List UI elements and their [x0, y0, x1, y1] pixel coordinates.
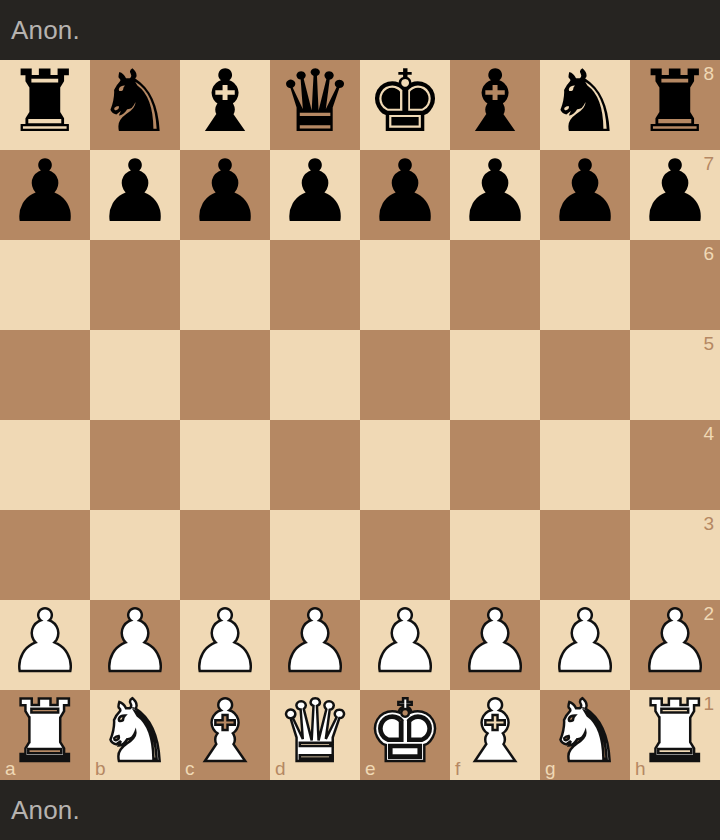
chess-board: ♜♞♝♛♚♝♞♜8♟♟♟♟♟♟♟♟76543♟♟♟♟♟♟♟♟2♜a♞b♝c♛d♚…: [0, 60, 720, 780]
file-label-e: e: [365, 759, 376, 778]
square-h2[interactable]: ♟2: [630, 600, 720, 690]
square-a2[interactable]: ♟: [0, 600, 90, 690]
square-a4[interactable]: [0, 420, 90, 510]
file-label-f: f: [455, 759, 460, 778]
white-pawn-piece[interactable]: ♟: [6, 600, 83, 686]
square-h1[interactable]: ♜1h: [630, 690, 720, 780]
square-b6[interactable]: [90, 240, 180, 330]
black-pawn-piece[interactable]: ♟: [456, 150, 533, 236]
top-player-name: Anon.: [11, 15, 80, 46]
rank-label-4: 4: [703, 424, 714, 443]
bottom-player-bar: Anon.: [0, 780, 720, 840]
white-rook-piece[interactable]: ♜: [6, 690, 83, 776]
square-a3[interactable]: [0, 510, 90, 600]
square-b5[interactable]: [90, 330, 180, 420]
square-b3[interactable]: [90, 510, 180, 600]
square-c3[interactable]: [180, 510, 270, 600]
black-bishop-piece[interactable]: ♝: [186, 60, 263, 146]
file-label-c: c: [185, 759, 195, 778]
square-g2[interactable]: ♟: [540, 600, 630, 690]
black-pawn-piece[interactable]: ♟: [96, 150, 173, 236]
white-pawn-piece[interactable]: ♟: [276, 600, 353, 686]
square-c7[interactable]: ♟: [180, 150, 270, 240]
square-d1[interactable]: ♛d: [270, 690, 360, 780]
square-d8[interactable]: ♛: [270, 60, 360, 150]
white-pawn-piece[interactable]: ♟: [546, 600, 623, 686]
square-d6[interactable]: [270, 240, 360, 330]
rank-label-8: 8: [703, 64, 714, 83]
square-f8[interactable]: ♝: [450, 60, 540, 150]
white-knight-piece[interactable]: ♞: [96, 690, 173, 776]
white-bishop-piece[interactable]: ♝: [456, 690, 533, 776]
square-c4[interactable]: [180, 420, 270, 510]
square-h8[interactable]: ♜8: [630, 60, 720, 150]
black-pawn-piece[interactable]: ♟: [546, 150, 623, 236]
square-f6[interactable]: [450, 240, 540, 330]
square-f1[interactable]: ♝f: [450, 690, 540, 780]
white-rook-piece[interactable]: ♜: [636, 690, 713, 776]
square-d5[interactable]: [270, 330, 360, 420]
square-h4[interactable]: 4: [630, 420, 720, 510]
white-queen-piece[interactable]: ♛: [276, 690, 353, 776]
file-label-b: b: [95, 759, 106, 778]
file-label-d: d: [275, 759, 286, 778]
white-pawn-piece[interactable]: ♟: [186, 600, 263, 686]
square-f2[interactable]: ♟: [450, 600, 540, 690]
black-rook-piece[interactable]: ♜: [6, 60, 83, 146]
file-label-h: h: [635, 759, 646, 778]
black-pawn-piece[interactable]: ♟: [6, 150, 83, 236]
square-e6[interactable]: [360, 240, 450, 330]
square-a7[interactable]: ♟: [0, 150, 90, 240]
black-rook-piece[interactable]: ♜: [636, 60, 713, 146]
square-c5[interactable]: [180, 330, 270, 420]
rank-label-1: 1: [703, 694, 714, 713]
square-c2[interactable]: ♟: [180, 600, 270, 690]
black-pawn-piece[interactable]: ♟: [636, 150, 713, 236]
bottom-player-name: Anon.: [11, 795, 80, 826]
square-e8[interactable]: ♚: [360, 60, 450, 150]
square-a6[interactable]: [0, 240, 90, 330]
black-pawn-piece[interactable]: ♟: [276, 150, 353, 236]
white-pawn-piece[interactable]: ♟: [96, 600, 173, 686]
square-g5[interactable]: [540, 330, 630, 420]
square-g1[interactable]: ♞g: [540, 690, 630, 780]
square-b7[interactable]: ♟: [90, 150, 180, 240]
square-d7[interactable]: ♟: [270, 150, 360, 240]
black-queen-piece[interactable]: ♛: [276, 60, 353, 146]
square-f7[interactable]: ♟: [450, 150, 540, 240]
square-f4[interactable]: [450, 420, 540, 510]
square-h6[interactable]: 6: [630, 240, 720, 330]
file-label-a: a: [5, 759, 16, 778]
square-g8[interactable]: ♞: [540, 60, 630, 150]
rank-label-6: 6: [703, 244, 714, 263]
square-a8[interactable]: ♜: [0, 60, 90, 150]
square-g7[interactable]: ♟: [540, 150, 630, 240]
black-bishop-piece[interactable]: ♝: [456, 60, 533, 146]
white-pawn-piece[interactable]: ♟: [366, 600, 443, 686]
black-knight-piece[interactable]: ♞: [546, 60, 623, 146]
square-g6[interactable]: [540, 240, 630, 330]
square-e2[interactable]: ♟: [360, 600, 450, 690]
white-bishop-piece[interactable]: ♝: [186, 690, 263, 776]
square-e1[interactable]: ♚e: [360, 690, 450, 780]
square-c1[interactable]: ♝c: [180, 690, 270, 780]
rank-label-7: 7: [703, 154, 714, 173]
square-f3[interactable]: [450, 510, 540, 600]
square-d3[interactable]: [270, 510, 360, 600]
square-b4[interactable]: [90, 420, 180, 510]
rank-label-5: 5: [703, 334, 714, 353]
square-b2[interactable]: ♟: [90, 600, 180, 690]
black-pawn-piece[interactable]: ♟: [366, 150, 443, 236]
square-c8[interactable]: ♝: [180, 60, 270, 150]
black-knight-piece[interactable]: ♞: [96, 60, 173, 146]
rank-label-2: 2: [703, 604, 714, 623]
white-pawn-piece[interactable]: ♟: [636, 600, 713, 686]
rank-label-3: 3: [703, 514, 714, 533]
top-player-bar: Anon.: [0, 0, 720, 60]
square-h7[interactable]: ♟7: [630, 150, 720, 240]
square-b1[interactable]: ♞b: [90, 690, 180, 780]
square-d4[interactable]: [270, 420, 360, 510]
square-g3[interactable]: [540, 510, 630, 600]
square-e5[interactable]: [360, 330, 450, 420]
square-e7[interactable]: ♟: [360, 150, 450, 240]
square-c6[interactable]: [180, 240, 270, 330]
square-f5[interactable]: [450, 330, 540, 420]
white-knight-piece[interactable]: ♞: [546, 690, 623, 776]
square-b8[interactable]: ♞: [90, 60, 180, 150]
file-label-g: g: [545, 759, 556, 778]
square-e4[interactable]: [360, 420, 450, 510]
square-g4[interactable]: [540, 420, 630, 510]
white-pawn-piece[interactable]: ♟: [456, 600, 533, 686]
square-d2[interactable]: ♟: [270, 600, 360, 690]
square-e3[interactable]: [360, 510, 450, 600]
black-king-piece[interactable]: ♚: [366, 60, 443, 146]
black-pawn-piece[interactable]: ♟: [186, 150, 263, 236]
square-a1[interactable]: ♜a: [0, 690, 90, 780]
square-a5[interactable]: [0, 330, 90, 420]
white-king-piece[interactable]: ♚: [366, 690, 443, 776]
square-h3[interactable]: 3: [630, 510, 720, 600]
square-h5[interactable]: 5: [630, 330, 720, 420]
